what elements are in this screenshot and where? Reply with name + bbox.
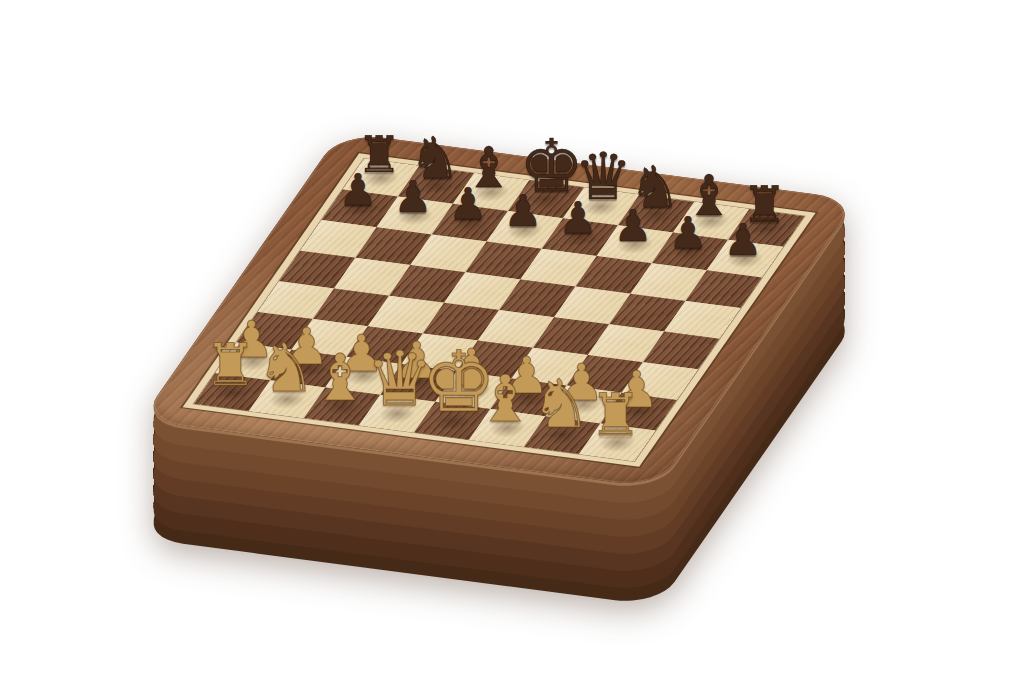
black-pawn-e7: ♟ [553,196,603,240]
board-inlay-frame: ♜♞♝♚♛♞♝♜♟♟♟♟♟♟♟♟♟♟♟♟♟♟♟♟♜♞♝♛♚♝♞♜ [183,153,816,467]
black-pawn-b7: ♟ [388,175,438,219]
white-knight-b1: ♞ [256,335,314,402]
photo-of-chess-set: ♜♞♝♚♛♞♝♜♟♟♟♟♟♟♟♟♟♟♟♟♟♟♟♟♜♞♝♛♚♝♞♜ [0,0,1024,683]
white-queen-d1: ♛ [366,341,424,417]
black-pawn-f7: ♟ [608,203,658,247]
white-bishop-f1: ♝ [476,366,534,431]
white-bishop-c1: ♝ [311,344,369,409]
white-rook-h1: ♜ [586,387,644,445]
white-knight-g1: ♞ [531,371,589,438]
white-rook-a1: ♜ [201,337,259,395]
chess-box-top: ♜♞♝♚♛♞♝♜♟♟♟♟♟♟♟♟♟♟♟♟♟♟♟♟♜♞♝♛♚♝♞♜ [140,132,858,488]
white-king-e1: ♚ [421,339,479,423]
black-pawn-d7: ♟ [498,189,548,233]
black-pawn-g7: ♟ [663,211,713,255]
black-pawn-h7: ♟ [718,218,768,262]
square-h1: ♜ [579,423,655,461]
black-pawn-a7: ♟ [333,167,383,211]
black-pawn-c7: ♟ [443,182,493,226]
chess-board: ♜♞♝♚♛♞♝♜♟♟♟♟♟♟♟♟♟♟♟♟♟♟♟♟♜♞♝♛♚♝♞♜ [194,159,804,461]
